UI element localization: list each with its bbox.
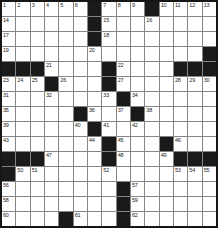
- cell-r14c7[interactable]: [88, 197, 101, 211]
- clue-number-27: 27: [118, 77, 124, 83]
- clue-number-24: 24: [17, 77, 23, 83]
- cell-r3c4[interactable]: [45, 32, 58, 46]
- cell-r13c1[interactable]: 56: [2, 182, 15, 196]
- cell-r2c10[interactable]: [131, 17, 144, 31]
- cell-r10c5[interactable]: [59, 137, 72, 151]
- cell-r4c9[interactable]: [117, 47, 130, 61]
- cell-r10c11[interactable]: [145, 137, 158, 151]
- black-cell-r11c13: [174, 152, 187, 166]
- cell-r1c6[interactable]: 6: [74, 2, 87, 16]
- clue-number-57: 57: [132, 182, 138, 188]
- cell-r5c4[interactable]: 21: [45, 62, 58, 76]
- clue-number-34: 34: [132, 92, 138, 98]
- cell-r14c11[interactable]: [145, 197, 158, 211]
- cell-r12c13[interactable]: 53: [174, 167, 187, 181]
- cell-r7c11[interactable]: [145, 92, 158, 106]
- cell-r2c4[interactable]: [45, 17, 58, 31]
- cell-r9c8[interactable]: 41: [102, 122, 115, 136]
- cell-r8c2[interactable]: [16, 107, 29, 121]
- cell-r14c14[interactable]: [188, 197, 201, 211]
- cell-r3c15[interactable]: [203, 32, 216, 46]
- cell-r7c1[interactable]: 31: [2, 92, 15, 106]
- black-cell-r8c6: [74, 107, 87, 121]
- black-cell-r15c9: [117, 212, 130, 226]
- cell-r3c6[interactable]: [74, 32, 87, 46]
- clue-number-17: 17: [3, 32, 9, 38]
- cell-r12c15[interactable]: 55: [203, 167, 216, 181]
- clue-number-23: 23: [3, 77, 9, 83]
- cell-r11c7[interactable]: [88, 152, 101, 166]
- cell-r6c11[interactable]: [145, 77, 158, 91]
- cell-r10c10[interactable]: [131, 137, 144, 151]
- clue-number-49: 49: [161, 152, 167, 158]
- cell-r12c12[interactable]: [160, 167, 173, 181]
- clue-number-2: 2: [17, 2, 20, 8]
- black-cell-r10c8: [102, 137, 115, 151]
- cell-r10c4[interactable]: [45, 137, 58, 151]
- black-cell-r11c8: [102, 152, 115, 166]
- cell-r13c4[interactable]: [45, 182, 58, 196]
- cell-r3c10[interactable]: [131, 32, 144, 46]
- clue-number-62: 62: [132, 212, 138, 218]
- cell-r12c3[interactable]: 51: [31, 167, 44, 181]
- clue-number-51: 51: [32, 167, 38, 173]
- clue-number-52: 52: [103, 167, 109, 173]
- cell-r11c4[interactable]: 47: [45, 152, 58, 166]
- cell-r3c2[interactable]: [16, 32, 29, 46]
- cell-r8c11[interactable]: 38: [145, 107, 158, 121]
- cell-r6c3[interactable]: 25: [31, 77, 44, 91]
- clue-number-35: 35: [3, 107, 9, 113]
- clue-number-30: 30: [204, 77, 210, 83]
- cell-r15c13[interactable]: [174, 212, 187, 226]
- cell-r8c4[interactable]: [45, 107, 58, 121]
- cell-r9c10[interactable]: 42: [131, 122, 144, 136]
- cell-r7c8[interactable]: 33: [102, 92, 115, 106]
- black-cell-r10c12: [160, 137, 173, 151]
- cell-r13c14[interactable]: [188, 182, 201, 196]
- cell-r5c7[interactable]: [88, 62, 101, 76]
- cell-r1c8[interactable]: 7: [102, 2, 115, 16]
- clue-number-37: 37: [118, 107, 124, 113]
- cell-r13c10[interactable]: 57: [131, 182, 144, 196]
- black-cell-r5c1: [2, 62, 15, 76]
- clue-number-21: 21: [46, 62, 52, 68]
- cell-r2c5[interactable]: [59, 17, 72, 31]
- cell-r3c5[interactable]: [59, 32, 72, 46]
- cell-r15c4[interactable]: [45, 212, 58, 226]
- cell-r1c14[interactable]: 12: [188, 2, 201, 16]
- cell-r7c4[interactable]: 32: [45, 92, 58, 106]
- black-cell-r5c8: [102, 62, 115, 76]
- cell-r1c4[interactable]: 4: [45, 2, 58, 16]
- clue-number-48: 48: [118, 152, 124, 158]
- cell-r14c5[interactable]: [59, 197, 72, 211]
- clue-number-19: 19: [3, 47, 9, 53]
- cell-r14c2[interactable]: [16, 197, 29, 211]
- cell-r8c13[interactable]: [174, 107, 187, 121]
- cell-r14c1[interactable]: 58: [2, 197, 15, 211]
- cell-r3c11[interactable]: [145, 32, 158, 46]
- cell-r9c12[interactable]: [160, 122, 173, 136]
- black-cell-r9c7: [88, 122, 101, 136]
- cell-r7c14[interactable]: [188, 92, 201, 106]
- cell-r14c8[interactable]: [102, 197, 115, 211]
- black-cell-r11c3: [31, 152, 44, 166]
- cell-r5c12[interactable]: [160, 62, 173, 76]
- cell-r5c5[interactable]: [59, 62, 72, 76]
- cell-r13c13[interactable]: [174, 182, 187, 196]
- cell-r2c13[interactable]: [174, 17, 187, 31]
- cell-r11c10[interactable]: [131, 152, 144, 166]
- cell-r2c11[interactable]: 16: [145, 17, 158, 31]
- cell-r4c12[interactable]: [160, 47, 173, 61]
- black-cell-r5c14: [188, 62, 201, 76]
- cell-r11c5[interactable]: [59, 152, 72, 166]
- cell-r10c2[interactable]: [16, 137, 29, 151]
- cell-r11c11[interactable]: [145, 152, 158, 166]
- cell-r6c2[interactable]: 24: [16, 77, 29, 91]
- cell-r4c13[interactable]: [174, 47, 187, 61]
- clue-number-41: 41: [103, 122, 109, 128]
- clue-number-18: 18: [103, 32, 109, 38]
- cell-r4c7[interactable]: 20: [88, 47, 101, 61]
- cell-r9c1[interactable]: 39: [2, 122, 15, 136]
- cell-r8c3[interactable]: [31, 107, 44, 121]
- cell-r4c5[interactable]: [59, 47, 72, 61]
- clue-number-33: 33: [103, 92, 109, 98]
- black-cell-r11c1: [2, 152, 15, 166]
- clue-number-32: 32: [46, 92, 52, 98]
- cell-r2c8[interactable]: 15: [102, 17, 115, 31]
- cell-r7c3[interactable]: [31, 92, 44, 106]
- cell-r14c4[interactable]: [45, 197, 58, 211]
- cell-r3c13[interactable]: [174, 32, 187, 46]
- cell-r9c11[interactable]: [145, 122, 158, 136]
- black-cell-r7c9: [117, 92, 130, 106]
- clue-number-14: 14: [3, 17, 9, 23]
- cell-r7c2[interactable]: [16, 92, 29, 106]
- black-cell-r8c10: [131, 107, 144, 121]
- clue-number-29: 29: [189, 77, 195, 83]
- cell-r5c9[interactable]: 22: [117, 62, 130, 76]
- black-cell-r11c14: [188, 152, 201, 166]
- cell-r2c1[interactable]: 14: [2, 17, 15, 31]
- cell-r5c6[interactable]: [74, 62, 87, 76]
- clue-number-39: 39: [3, 122, 9, 128]
- clue-number-56: 56: [3, 182, 9, 188]
- cell-r4c2[interactable]: [16, 47, 29, 61]
- clue-number-8: 8: [118, 2, 121, 8]
- cell-r13c3[interactable]: [31, 182, 44, 196]
- cell-r6c6[interactable]: [74, 77, 87, 91]
- cell-r9c14[interactable]: [188, 122, 201, 136]
- cell-r1c3[interactable]: 3: [31, 2, 44, 16]
- cell-r13c5[interactable]: [59, 182, 72, 196]
- cell-r12c10[interactable]: [131, 167, 144, 181]
- clue-number-20: 20: [89, 47, 95, 53]
- clue-number-58: 58: [3, 197, 9, 203]
- cell-r13c11[interactable]: [145, 182, 158, 196]
- cell-r5c11[interactable]: [145, 62, 158, 76]
- cell-r15c2[interactable]: [16, 212, 29, 226]
- black-cell-r1c7: [88, 2, 101, 16]
- cell-r14c12[interactable]: [160, 197, 173, 211]
- clue-number-45: 45: [118, 137, 124, 143]
- cell-r9c9[interactable]: [117, 122, 130, 136]
- clue-number-43: 43: [3, 137, 9, 143]
- black-cell-r5c15: [203, 62, 216, 76]
- cell-r15c15[interactable]: [203, 212, 216, 226]
- cell-r12c6[interactable]: [74, 167, 87, 181]
- cell-r1c5[interactable]: 5: [59, 2, 72, 16]
- cell-r1c12[interactable]: 10: [160, 2, 173, 16]
- cell-r4c14[interactable]: [188, 47, 201, 61]
- cell-r4c10[interactable]: [131, 47, 144, 61]
- clue-number-25: 25: [32, 77, 38, 83]
- black-cell-r4c15: [203, 47, 216, 61]
- cell-r9c4[interactable]: [45, 122, 58, 136]
- cell-r4c3[interactable]: [31, 47, 44, 61]
- cell-r8c5[interactable]: [59, 107, 72, 121]
- cell-r12c5[interactable]: [59, 167, 72, 181]
- clue-number-47: 47: [46, 152, 52, 158]
- cell-r9c5[interactable]: [59, 122, 72, 136]
- cell-r15c10[interactable]: 62: [131, 212, 144, 226]
- clue-number-9: 9: [132, 2, 135, 8]
- cell-r2c12[interactable]: [160, 17, 173, 31]
- cell-r3c9[interactable]: [117, 32, 130, 46]
- clue-number-7: 7: [103, 2, 106, 8]
- cell-r9c3[interactable]: [31, 122, 44, 136]
- cell-r6c12[interactable]: [160, 77, 173, 91]
- cell-r6c7[interactable]: [88, 77, 101, 91]
- cell-r8c14[interactable]: [188, 107, 201, 121]
- cell-r2c2[interactable]: [16, 17, 29, 31]
- cell-r2c6[interactable]: [74, 17, 87, 31]
- clue-number-46: 46: [175, 137, 181, 143]
- clue-number-40: 40: [75, 122, 81, 128]
- cell-r1c2[interactable]: 2: [16, 2, 29, 16]
- clue-number-15: 15: [103, 17, 109, 23]
- clue-number-11: 11: [175, 2, 180, 8]
- clue-number-54: 54: [189, 167, 195, 173]
- cell-r12c7[interactable]: [88, 167, 101, 181]
- cell-r13c7[interactable]: [88, 182, 101, 196]
- cell-r5c10[interactable]: [131, 62, 144, 76]
- cell-r10c13[interactable]: 46: [174, 137, 187, 151]
- black-cell-r5c3: [31, 62, 44, 76]
- cell-r1c1[interactable]: 1: [2, 2, 15, 16]
- cell-r15c3[interactable]: [31, 212, 44, 226]
- cell-r10c9[interactable]: 45: [117, 137, 130, 151]
- cell-r7c15[interactable]: [203, 92, 216, 106]
- clue-number-12: 12: [189, 2, 195, 8]
- cell-r9c2[interactable]: [16, 122, 29, 136]
- clue-number-10: 10: [161, 2, 167, 8]
- clue-number-26: 26: [60, 77, 66, 83]
- clue-number-28: 28: [175, 77, 181, 83]
- clue-number-53: 53: [175, 167, 181, 173]
- clue-number-50: 50: [17, 167, 23, 173]
- black-cell-r3c7: [88, 32, 101, 46]
- cell-r3c1[interactable]: 17: [2, 32, 15, 46]
- cell-r10c3[interactable]: [31, 137, 44, 151]
- crossword-grid: 1234567891011121314151617181920212223242…: [0, 0, 218, 228]
- clue-number-38: 38: [146, 107, 152, 113]
- cell-r6c1[interactable]: 23: [2, 77, 15, 91]
- cell-r6c15[interactable]: 30: [203, 77, 216, 91]
- black-cell-r2c7: [88, 17, 101, 31]
- cell-r14c10[interactable]: 59: [131, 197, 144, 211]
- cell-r3c8[interactable]: 18: [102, 32, 115, 46]
- clue-number-1: 1: [3, 2, 6, 8]
- cell-r12c8[interactable]: 52: [102, 167, 115, 181]
- cell-r9c13[interactable]: [174, 122, 187, 136]
- cell-r8c8[interactable]: [102, 107, 115, 121]
- cell-r7c10[interactable]: 34: [131, 92, 144, 106]
- cell-r7c7[interactable]: [88, 92, 101, 106]
- cell-r13c8[interactable]: [102, 182, 115, 196]
- cell-r6c5[interactable]: 26: [59, 77, 72, 91]
- cell-r10c7[interactable]: 44: [88, 137, 101, 151]
- cell-r12c2[interactable]: 50: [16, 167, 29, 181]
- cell-r15c6[interactable]: 61: [74, 212, 87, 226]
- clue-number-42: 42: [132, 122, 138, 128]
- cell-r12c4[interactable]: [45, 167, 58, 181]
- clue-number-60: 60: [3, 212, 9, 218]
- cell-r14c13[interactable]: [174, 197, 187, 211]
- cell-r10c14[interactable]: [188, 137, 201, 151]
- cell-r13c15[interactable]: [203, 182, 216, 196]
- cell-r11c9[interactable]: 48: [117, 152, 130, 166]
- cell-r14c3[interactable]: [31, 197, 44, 211]
- black-cell-r6c4: [45, 77, 58, 91]
- cell-r6c13[interactable]: 28: [174, 77, 187, 91]
- cell-r2c14[interactable]: [188, 17, 201, 31]
- clue-number-55: 55: [204, 167, 210, 173]
- cell-r12c9[interactable]: [117, 167, 130, 181]
- clue-number-22: 22: [118, 62, 124, 68]
- black-cell-r11c15: [203, 152, 216, 166]
- cell-r15c11[interactable]: [145, 212, 158, 226]
- cell-r12c14[interactable]: 54: [188, 167, 201, 181]
- cell-r15c7[interactable]: [88, 212, 101, 226]
- black-cell-r12c1: [2, 167, 15, 181]
- cell-r8c7[interactable]: 36: [88, 107, 101, 121]
- cell-r14c15[interactable]: [203, 197, 216, 211]
- black-cell-r6c8: [102, 77, 115, 91]
- cell-r4c4[interactable]: [45, 47, 58, 61]
- cell-r15c8[interactable]: [102, 212, 115, 226]
- cell-r10c15[interactable]: [203, 137, 216, 151]
- cell-r9c15[interactable]: [203, 122, 216, 136]
- cell-r9c6[interactable]: 40: [74, 122, 87, 136]
- cell-r8c15[interactable]: [203, 107, 216, 121]
- black-cell-r11c2: [16, 152, 29, 166]
- clue-number-59: 59: [132, 197, 138, 203]
- cell-r4c6[interactable]: [74, 47, 87, 61]
- clue-number-61: 61: [75, 212, 81, 218]
- cell-r1c10[interactable]: 9: [131, 2, 144, 16]
- cell-r1c9[interactable]: 8: [117, 2, 130, 16]
- black-cell-r14c9: [117, 197, 130, 211]
- cell-r15c12[interactable]: [160, 212, 173, 226]
- cell-r14c6[interactable]: [74, 197, 87, 211]
- cell-r2c3[interactable]: [31, 17, 44, 31]
- black-cell-r13c9: [117, 182, 130, 196]
- cell-r8c9[interactable]: 37: [117, 107, 130, 121]
- clue-number-44: 44: [89, 137, 95, 143]
- clue-number-31: 31: [3, 92, 9, 98]
- cell-r2c15[interactable]: [203, 17, 216, 31]
- clue-number-4: 4: [46, 2, 49, 8]
- cell-r13c2[interactable]: [16, 182, 29, 196]
- cell-r4c8[interactable]: [102, 47, 115, 61]
- cell-r12c11[interactable]: [145, 167, 158, 181]
- cell-r6c14[interactable]: 29: [188, 77, 201, 91]
- clue-number-16: 16: [146, 17, 152, 23]
- black-cell-r1c11: [145, 2, 158, 16]
- black-cell-r5c13: [174, 62, 187, 76]
- cell-r8c1[interactable]: 35: [2, 107, 15, 121]
- clue-number-6: 6: [75, 2, 78, 8]
- cell-r13c6[interactable]: [74, 182, 87, 196]
- cell-r10c6[interactable]: [74, 137, 87, 151]
- black-cell-r5c2: [16, 62, 29, 76]
- clue-number-5: 5: [60, 2, 63, 8]
- clue-number-3: 3: [32, 2, 35, 8]
- cell-r6c10[interactable]: [131, 77, 144, 91]
- cell-r8c12[interactable]: [160, 107, 173, 121]
- cell-r10c1[interactable]: 43: [2, 137, 15, 151]
- cell-r7c12[interactable]: [160, 92, 173, 106]
- cell-r7c6[interactable]: [74, 92, 87, 106]
- cell-r4c11[interactable]: [145, 47, 158, 61]
- cell-r2c9[interactable]: [117, 17, 130, 31]
- cell-r11c12[interactable]: 49: [160, 152, 173, 166]
- cell-r15c1[interactable]: 60: [2, 212, 15, 226]
- cell-r3c3[interactable]: [31, 32, 44, 46]
- cell-r1c13[interactable]: 11: [174, 2, 187, 16]
- cell-r6c9[interactable]: 27: [117, 77, 130, 91]
- cell-r4c1[interactable]: 19: [2, 47, 15, 61]
- cell-r3c12[interactable]: [160, 32, 173, 46]
- clue-number-13: 13: [204, 2, 210, 8]
- cell-r7c5[interactable]: [59, 92, 72, 106]
- cell-r1c15[interactable]: 13: [203, 2, 216, 16]
- black-cell-r15c5: [59, 212, 72, 226]
- cell-r11c6[interactable]: [74, 152, 87, 166]
- cell-r15c14[interactable]: [188, 212, 201, 226]
- cell-r7c13[interactable]: [174, 92, 187, 106]
- clue-number-36: 36: [89, 107, 95, 113]
- cell-r3c14[interactable]: [188, 32, 201, 46]
- cell-r13c12[interactable]: [160, 182, 173, 196]
